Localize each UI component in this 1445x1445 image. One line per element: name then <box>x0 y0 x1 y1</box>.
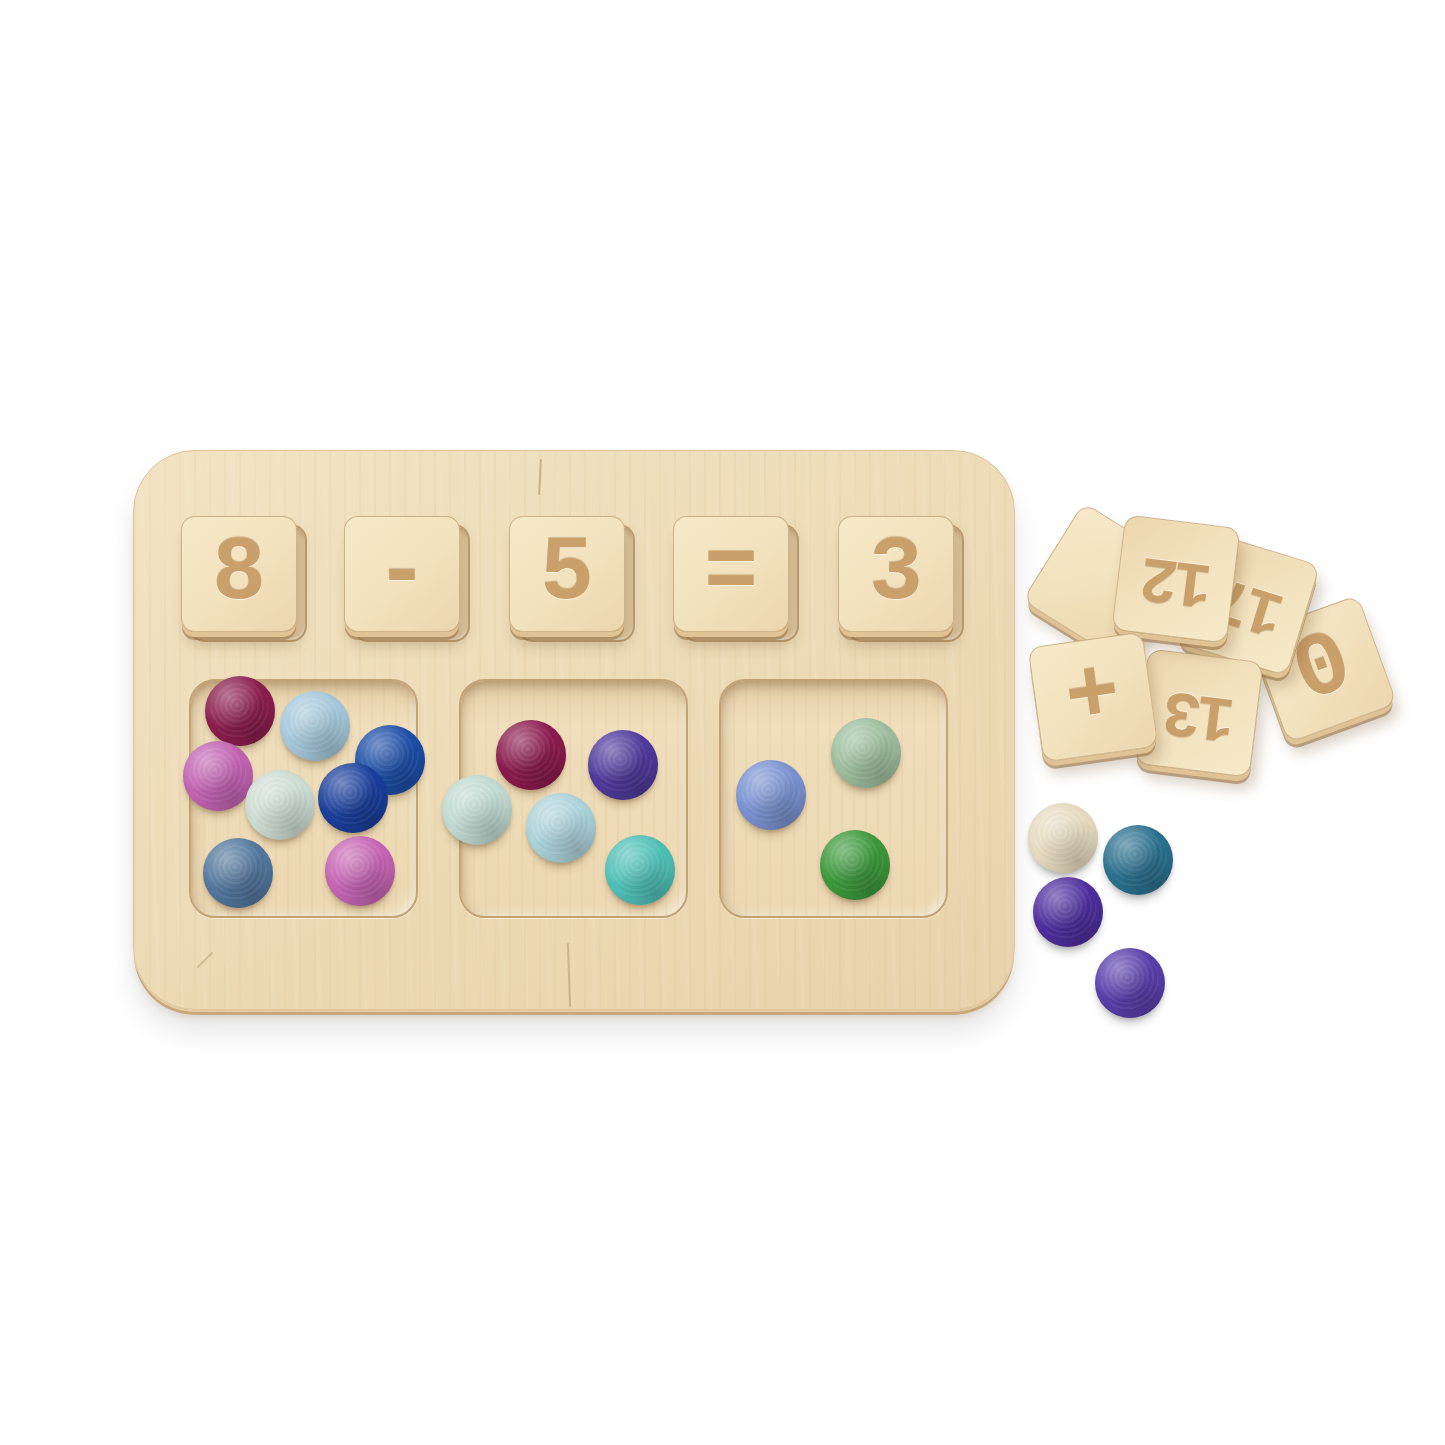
tile-glyph: - <box>375 529 429 619</box>
loose-felt-ball-purple[interactable] <box>1033 877 1103 947</box>
wood-scratch <box>197 952 214 969</box>
spare-tile-12[interactable]: 12 <box>1111 514 1240 643</box>
equation-tile-minus[interactable]: - <box>344 516 460 632</box>
wood-crack <box>538 459 542 495</box>
loose-felt-ball-violet[interactable] <box>1095 948 1165 1018</box>
equation-tile-5[interactable]: 5 <box>509 516 625 632</box>
counting-tray-3 <box>719 679 948 918</box>
felt-ball-pale-aqua[interactable] <box>526 793 596 863</box>
felt-ball-sage-green[interactable] <box>831 718 901 788</box>
tile-glyph: 3 <box>869 529 923 619</box>
felt-ball-pale-mint[interactable] <box>442 775 512 845</box>
felt-ball-pale-mint[interactable] <box>245 770 315 840</box>
tile-slot-group: 8 <box>181 516 305 640</box>
tile-glyph: 12 <box>1141 543 1215 615</box>
tile-slot-group: 5 <box>509 516 633 640</box>
tile-glyph: + <box>1060 649 1126 746</box>
felt-ball-orchid-pink[interactable] <box>183 741 253 811</box>
tile-glyph: 8 <box>212 529 266 619</box>
equation-tile-equals[interactable]: = <box>673 516 789 632</box>
felt-ball-powder-blue[interactable] <box>280 691 350 761</box>
loose-felt-ball-cream[interactable] <box>1028 803 1098 873</box>
felt-ball-periwinkle[interactable] <box>736 760 806 830</box>
tile-glyph: 13 <box>1164 677 1238 749</box>
scene: 8-5=3 1701213+ <box>0 0 1445 1445</box>
felt-ball-burgundy[interactable] <box>205 676 275 746</box>
wood-crack <box>567 943 571 1007</box>
equation-tile-8[interactable]: 8 <box>181 516 297 632</box>
wooden-board: 8-5=3 <box>133 450 1015 1010</box>
loose-felt-ball-teal[interactable] <box>1103 825 1173 895</box>
tile-glyph: 5 <box>540 529 594 619</box>
counting-tray-1 <box>189 679 418 918</box>
spare-tile-plus[interactable]: + <box>1027 631 1158 762</box>
felt-ball-turquoise[interactable] <box>605 835 675 905</box>
felt-ball-steel-blue[interactable] <box>203 838 273 908</box>
tile-slot-group: 3 <box>838 516 962 640</box>
felt-ball-cobalt-blue[interactable] <box>318 763 388 833</box>
felt-ball-burgundy[interactable] <box>496 720 566 790</box>
counting-tray-2 <box>459 679 688 918</box>
felt-ball-grass-green[interactable] <box>820 830 890 900</box>
tile-slot-group: = <box>673 516 797 640</box>
equation-tile-3[interactable]: 3 <box>838 516 954 632</box>
felt-ball-orchid-pink[interactable] <box>325 836 395 906</box>
felt-ball-purple[interactable] <box>588 730 658 800</box>
tile-slot-group: - <box>344 516 468 640</box>
tile-glyph: = <box>704 529 758 619</box>
